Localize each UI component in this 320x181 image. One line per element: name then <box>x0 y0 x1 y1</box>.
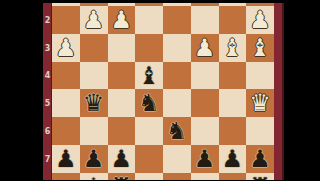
square-b4[interactable] <box>219 62 247 90</box>
square-h3[interactable]: ♟ <box>52 34 80 62</box>
square-f2[interactable]: ♟ <box>108 6 136 34</box>
square-d3[interactable] <box>163 34 191 62</box>
white-bishop-icon: ♝ <box>249 35 271 62</box>
square-f6[interactable] <box>108 117 136 145</box>
black-knight-icon: ♞ <box>166 118 188 145</box>
square-e5[interactable]: ♞ <box>135 89 163 117</box>
square-b5[interactable] <box>219 89 247 117</box>
square-d7[interactable] <box>163 145 191 173</box>
square-g4[interactable] <box>80 62 108 90</box>
square-f5[interactable] <box>108 89 136 117</box>
square-d2[interactable] <box>163 6 191 34</box>
square-b3[interactable]: ♝ <box>219 34 247 62</box>
square-f4[interactable] <box>108 62 136 90</box>
black-pawn-icon: ♟ <box>194 146 216 173</box>
square-d6[interactable]: ♞ <box>163 117 191 145</box>
square-h6[interactable] <box>52 117 80 145</box>
square-c2[interactable] <box>191 6 219 34</box>
square-b2[interactable] <box>219 6 247 34</box>
square-e3[interactable] <box>135 34 163 62</box>
black-pawn-icon: ♟ <box>222 146 244 173</box>
board-frame-left <box>43 0 52 180</box>
square-c6[interactable] <box>191 117 219 145</box>
square-h5[interactable] <box>52 89 80 117</box>
rank-label-3: 3 <box>43 43 52 52</box>
square-h8[interactable] <box>52 173 80 181</box>
square-f8[interactable]: ♜ <box>108 173 136 181</box>
square-c7[interactable]: ♟ <box>191 145 219 173</box>
square-g6[interactable] <box>80 117 108 145</box>
square-a2[interactable]: ♟ <box>246 6 274 34</box>
square-b7[interactable]: ♟ <box>219 145 247 173</box>
square-c4[interactable] <box>191 62 219 90</box>
black-pawn-icon: ♟ <box>83 146 105 173</box>
square-a4[interactable] <box>246 62 274 90</box>
white-pawn-icon: ♟ <box>83 7 105 34</box>
black-king-icon: ♚ <box>83 174 105 181</box>
black-bishop-icon: ♝ <box>138 63 160 90</box>
square-b8[interactable] <box>219 173 247 181</box>
black-rook-icon: ♜ <box>249 174 271 181</box>
square-a3[interactable]: ♝ <box>246 34 274 62</box>
square-f7[interactable]: ♟ <box>108 145 136 173</box>
square-d5[interactable] <box>163 89 191 117</box>
square-d8[interactable] <box>163 173 191 181</box>
chess-board: ♚♜♞♜♟♟♟♟♟♝♝♝♛♞♛♞♟♟♟♟♟♟♚♜♜ <box>52 0 274 180</box>
square-g2[interactable]: ♟ <box>80 6 108 34</box>
square-a6[interactable] <box>246 117 274 145</box>
black-pawn-icon: ♟ <box>249 146 271 173</box>
square-g7[interactable]: ♟ <box>80 145 108 173</box>
white-pawn-icon: ♟ <box>194 35 216 62</box>
square-e8[interactable] <box>135 173 163 181</box>
square-g8[interactable]: ♚ <box>80 173 108 181</box>
square-d4[interactable] <box>163 62 191 90</box>
rank-label-2: 2 <box>43 15 52 24</box>
square-c5[interactable] <box>191 89 219 117</box>
black-knight-icon: ♞ <box>138 90 160 117</box>
rank-label-6: 6 <box>43 126 52 135</box>
square-e7[interactable] <box>135 145 163 173</box>
square-e4[interactable]: ♝ <box>135 62 163 90</box>
square-e6[interactable] <box>135 117 163 145</box>
white-queen-icon: ♛ <box>249 90 271 117</box>
rank-label-4: 4 <box>43 71 52 80</box>
black-pawn-icon: ♟ <box>55 146 77 173</box>
square-h2[interactable] <box>52 6 80 34</box>
square-c8[interactable] <box>191 173 219 181</box>
square-c3[interactable]: ♟ <box>191 34 219 62</box>
chessboard-video-frame: ♚♜♞♜♟♟♟♟♟♝♝♝♛♞♛♞♟♟♟♟♟♟♚♜♜ 12345678 <box>0 0 320 180</box>
square-g5[interactable]: ♛ <box>80 89 108 117</box>
square-g3[interactable] <box>80 34 108 62</box>
rank-label-7: 7 <box>43 154 52 163</box>
white-bishop-icon: ♝ <box>222 35 244 62</box>
white-pawn-icon: ♟ <box>249 7 271 34</box>
square-a8[interactable]: ♜ <box>246 173 274 181</box>
white-pawn-icon: ♟ <box>55 35 77 62</box>
square-a5[interactable]: ♛ <box>246 89 274 117</box>
white-pawn-icon: ♟ <box>111 7 133 34</box>
letterbox-top-bar <box>0 0 284 3</box>
black-pawn-icon: ♟ <box>111 146 133 173</box>
square-e2[interactable] <box>135 6 163 34</box>
square-h7[interactable]: ♟ <box>52 145 80 173</box>
square-h4[interactable] <box>52 62 80 90</box>
black-queen-icon: ♛ <box>83 90 105 117</box>
square-b6[interactable] <box>219 117 247 145</box>
square-f3[interactable] <box>108 34 136 62</box>
rank-label-5: 5 <box>43 99 52 108</box>
black-rook-icon: ♜ <box>111 174 133 181</box>
square-a7[interactable]: ♟ <box>246 145 274 173</box>
